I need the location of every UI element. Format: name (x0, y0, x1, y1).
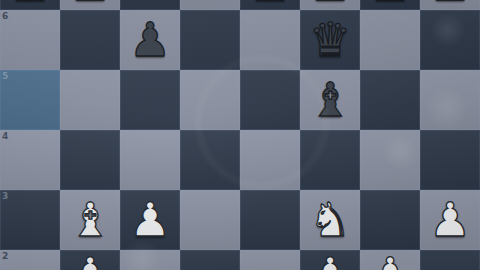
black-queen-f6[interactable]: ♛ (300, 10, 360, 70)
white-pawn-h3[interactable]: ♟ (420, 190, 480, 250)
square-a4[interactable]: 4 (0, 130, 60, 190)
square-a6[interactable]: 6 (0, 10, 60, 70)
chess-app-viewport: 65432♟♟♟♟♟♟♟♛♝♝♟♞♟♟♟♟ (0, 0, 480, 270)
square-h5[interactable] (420, 70, 480, 130)
black-pawn-a7[interactable]: ♟ (0, 0, 60, 14)
rank-label-2: 2 (2, 252, 8, 261)
square-e2[interactable] (240, 250, 300, 270)
square-g3[interactable] (360, 190, 420, 250)
white-pawn-c3[interactable]: ♟ (120, 190, 180, 250)
square-a2[interactable]: 2 (0, 250, 60, 270)
square-g4[interactable] (360, 130, 420, 190)
rank-label-4: 4 (2, 132, 8, 141)
square-h4[interactable] (420, 130, 480, 190)
white-pawn-g2[interactable]: ♟ (360, 245, 420, 270)
square-c4[interactable] (120, 130, 180, 190)
black-pawn-h7[interactable]: ♟ (420, 0, 480, 14)
square-d4[interactable] (180, 130, 240, 190)
square-b4[interactable] (60, 130, 120, 190)
square-b6[interactable] (60, 10, 120, 70)
rank-label-5: 5 (2, 72, 8, 81)
square-a3[interactable]: 3 (0, 190, 60, 250)
square-c7[interactable] (120, 0, 180, 10)
square-e6[interactable] (240, 10, 300, 70)
square-c2[interactable] (120, 250, 180, 270)
black-bishop-f5[interactable]: ♝ (300, 70, 360, 130)
black-pawn-c6[interactable]: ♟ (120, 10, 180, 70)
square-d2[interactable] (180, 250, 240, 270)
square-b5[interactable] (60, 70, 120, 130)
square-e3[interactable] (240, 190, 300, 250)
rank-label-3: 3 (2, 192, 8, 201)
square-d6[interactable] (180, 10, 240, 70)
white-knight-f3[interactable]: ♞ (300, 190, 360, 250)
white-pawn-f2[interactable]: ♟ (300, 245, 360, 270)
square-e4[interactable] (240, 130, 300, 190)
square-a5[interactable]: 5 (0, 70, 60, 130)
square-e5[interactable] (240, 70, 300, 130)
square-g5[interactable] (360, 70, 420, 130)
white-pawn-b2[interactable]: ♟ (60, 245, 120, 270)
chess-board: 65432♟♟♟♟♟♟♟♛♝♝♟♞♟♟♟♟ (0, 0, 480, 270)
square-d7[interactable] (180, 0, 240, 10)
square-g6[interactable] (360, 10, 420, 70)
square-c5[interactable] (120, 70, 180, 130)
black-pawn-g7[interactable]: ♟ (360, 0, 420, 14)
white-bishop-b3[interactable]: ♝ (60, 190, 120, 250)
square-d5[interactable] (180, 70, 240, 130)
square-h6[interactable] (420, 10, 480, 70)
black-pawn-e7[interactable]: ♟ (240, 0, 300, 14)
square-f4[interactable] (300, 130, 360, 190)
square-d3[interactable] (180, 190, 240, 250)
square-h2[interactable] (420, 250, 480, 270)
black-pawn-b7[interactable]: ♟ (60, 0, 120, 14)
